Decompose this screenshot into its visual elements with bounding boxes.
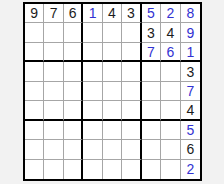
sudoku-cell-r9c7[interactable] (142, 160, 161, 179)
sudoku-cell-r7c1[interactable] (25, 121, 44, 140)
sudoku-cell-r9c1[interactable] (25, 160, 44, 179)
sudoku-cell-r1c4[interactable]: 1 (83, 4, 102, 23)
sudoku-cell-r3c3[interactable] (64, 43, 83, 62)
sudoku-cell-r1c1[interactable]: 9 (25, 4, 44, 23)
sudoku-cell-r2c2[interactable] (44, 23, 63, 42)
sudoku-cell-r5c2[interactable] (44, 82, 63, 101)
sudoku-cell-r4c8[interactable] (161, 62, 180, 81)
sudoku-cell-r8c4[interactable] (83, 140, 102, 159)
sudoku-cell-r3c7[interactable]: 7 (142, 43, 161, 62)
sudoku-cell-r6c6[interactable] (122, 101, 141, 120)
sudoku-cell-r2c8[interactable]: 4 (161, 23, 180, 42)
sudoku-cell-r6c8[interactable] (161, 101, 180, 120)
sudoku-cell-r8c7[interactable] (142, 140, 161, 159)
sudoku-cell-r9c4[interactable] (83, 160, 102, 179)
sudoku-cell-r1c9[interactable]: 8 (181, 4, 200, 23)
sudoku-cell-r6c1[interactable] (25, 101, 44, 120)
sudoku-cell-r2c5[interactable] (103, 23, 122, 42)
sudoku-cell-r2c1[interactable] (25, 23, 44, 42)
sudoku-cell-r4c4[interactable] (83, 62, 102, 81)
sudoku-cell-r2c7[interactable]: 3 (142, 23, 161, 42)
sudoku-cell-r9c5[interactable] (103, 160, 122, 179)
sudoku-cell-r8c1[interactable] (25, 140, 44, 159)
sudoku-cell-r2c6[interactable] (122, 23, 141, 42)
sudoku-cell-r5c9[interactable]: 7 (181, 82, 200, 101)
sudoku-cell-r6c4[interactable] (83, 101, 102, 120)
sudoku-cell-r8c8[interactable] (161, 140, 180, 159)
sudoku-cell-r4c6[interactable] (122, 62, 141, 81)
sudoku-cell-r5c4[interactable] (83, 82, 102, 101)
sudoku-cell-r4c2[interactable] (44, 62, 63, 81)
sudoku-cell-r7c4[interactable] (83, 121, 102, 140)
sudoku-cell-r2c3[interactable] (64, 23, 83, 42)
sudoku-cell-r8c5[interactable] (103, 140, 122, 159)
sudoku-cell-r4c5[interactable] (103, 62, 122, 81)
sudoku-cell-r3c6[interactable] (122, 43, 141, 62)
sudoku-cell-r7c5[interactable] (103, 121, 122, 140)
sudoku-cell-r5c1[interactable] (25, 82, 44, 101)
sudoku-cell-r4c3[interactable] (64, 62, 83, 81)
sudoku-cell-r4c9[interactable]: 3 (181, 62, 200, 81)
sudoku-cell-r1c5[interactable]: 4 (103, 4, 122, 23)
sudoku-cell-r2c4[interactable] (83, 23, 102, 42)
sudoku-cell-r5c5[interactable] (103, 82, 122, 101)
sudoku-cell-r3c8[interactable]: 6 (161, 43, 180, 62)
sudoku-cell-r9c3[interactable] (64, 160, 83, 179)
sudoku-cell-r8c3[interactable] (64, 140, 83, 159)
sudoku-cell-r6c5[interactable] (103, 101, 122, 120)
sudoku-cell-r7c8[interactable] (161, 121, 180, 140)
sudoku-cell-r3c5[interactable] (103, 43, 122, 62)
sudoku-cell-r5c6[interactable] (122, 82, 141, 101)
sudoku-cell-r8c9[interactable]: 6 (181, 140, 200, 159)
sudoku-cell-r5c8[interactable] (161, 82, 180, 101)
sudoku-cell-r7c9[interactable]: 5 (181, 121, 200, 140)
sudoku-cell-r7c2[interactable] (44, 121, 63, 140)
sudoku-cell-r6c2[interactable] (44, 101, 63, 120)
sudoku-cell-r3c9[interactable]: 1 (181, 43, 200, 62)
sudoku-board: 976143528349761374562 (23, 2, 202, 181)
sudoku-cell-r3c4[interactable] (83, 43, 102, 62)
sudoku-cell-r3c2[interactable] (44, 43, 63, 62)
sudoku-cell-r9c6[interactable] (122, 160, 141, 179)
sudoku-cell-r4c7[interactable] (142, 62, 161, 81)
sudoku-cell-r1c3[interactable]: 6 (64, 4, 83, 23)
sudoku-cell-r8c2[interactable] (44, 140, 63, 159)
sudoku-cell-r6c7[interactable] (142, 101, 161, 120)
sudoku-cell-r9c8[interactable] (161, 160, 180, 179)
sudoku-cell-r3c1[interactable] (25, 43, 44, 62)
sudoku-cell-r1c6[interactable]: 3 (122, 4, 141, 23)
sudoku-cell-r6c3[interactable] (64, 101, 83, 120)
sudoku-cell-r6c9[interactable]: 4 (181, 101, 200, 120)
sudoku-cell-r1c2[interactable]: 7 (44, 4, 63, 23)
sudoku-cell-r9c2[interactable] (44, 160, 63, 179)
sudoku-cell-r1c8[interactable]: 2 (161, 4, 180, 23)
sudoku-cell-r7c6[interactable] (122, 121, 141, 140)
sudoku-cell-r5c3[interactable] (64, 82, 83, 101)
sudoku-cell-r4c1[interactable] (25, 62, 44, 81)
sudoku-cell-r1c7[interactable]: 5 (142, 4, 161, 23)
sudoku-cell-r9c9[interactable]: 2 (181, 160, 200, 179)
sudoku-cell-r8c6[interactable] (122, 140, 141, 159)
sudoku-cell-r7c3[interactable] (64, 121, 83, 140)
sudoku-cell-r7c7[interactable] (142, 121, 161, 140)
sudoku-cell-r2c9[interactable]: 9 (181, 23, 200, 42)
sudoku-cell-r5c7[interactable] (142, 82, 161, 101)
